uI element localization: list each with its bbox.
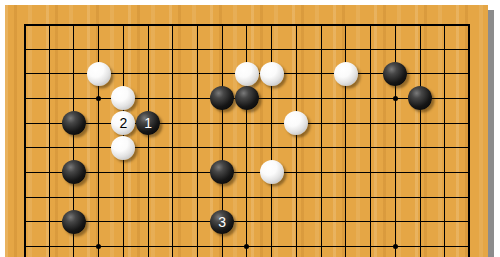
intersection[interactable] (86, 111, 111, 136)
intersection[interactable] (111, 135, 136, 160)
intersection[interactable] (185, 135, 210, 160)
intersection[interactable] (284, 160, 309, 185)
intersection[interactable] (210, 234, 235, 257)
intersection[interactable] (309, 185, 334, 210)
go-diagram: 213 (0, 0, 500, 257)
intersection[interactable] (432, 12, 457, 37)
intersection[interactable] (160, 86, 185, 111)
intersection[interactable] (457, 86, 482, 111)
intersection[interactable] (383, 12, 408, 37)
intersection[interactable] (185, 12, 210, 37)
intersection[interactable] (432, 209, 457, 234)
intersection[interactable] (408, 209, 433, 234)
intersection[interactable] (62, 135, 87, 160)
intersection[interactable] (62, 61, 87, 86)
intersection[interactable] (259, 61, 284, 86)
white-stone[interactable] (260, 62, 284, 86)
intersection[interactable] (259, 12, 284, 37)
intersection[interactable] (309, 61, 334, 86)
intersection[interactable] (457, 135, 482, 160)
intersection[interactable] (358, 185, 383, 210)
intersection[interactable] (309, 135, 334, 160)
intersection[interactable] (185, 160, 210, 185)
intersection[interactable] (235, 111, 260, 136)
intersection[interactable] (333, 61, 358, 86)
intersection[interactable] (86, 61, 111, 86)
intersection[interactable] (37, 185, 62, 210)
intersection[interactable] (383, 111, 408, 136)
intersection[interactable] (309, 12, 334, 37)
intersection[interactable]: 2 (111, 111, 136, 136)
intersection[interactable] (432, 160, 457, 185)
intersection[interactable] (235, 61, 260, 86)
intersection[interactable] (210, 185, 235, 210)
white-stone[interactable] (235, 62, 259, 86)
intersection[interactable] (210, 135, 235, 160)
intersection[interactable] (86, 185, 111, 210)
intersection[interactable] (432, 135, 457, 160)
intersection[interactable] (235, 12, 260, 37)
intersection[interactable] (284, 234, 309, 257)
intersection[interactable] (358, 61, 383, 86)
intersection[interactable] (37, 160, 62, 185)
intersection[interactable] (408, 234, 433, 257)
intersection[interactable] (185, 37, 210, 62)
intersection[interactable] (210, 86, 235, 111)
intersection[interactable] (333, 37, 358, 62)
intersection[interactable] (259, 86, 284, 111)
intersection[interactable] (62, 234, 87, 257)
intersection[interactable] (358, 86, 383, 111)
intersection[interactable] (432, 111, 457, 136)
intersection[interactable] (160, 37, 185, 62)
intersection[interactable] (37, 234, 62, 257)
intersection[interactable] (284, 37, 309, 62)
intersection[interactable] (432, 86, 457, 111)
move-number-label: 3 (218, 215, 226, 229)
intersection[interactable] (111, 234, 136, 257)
intersection[interactable] (284, 86, 309, 111)
white-stone[interactable] (334, 62, 358, 86)
intersection[interactable] (210, 160, 235, 185)
intersection[interactable] (160, 111, 185, 136)
intersection[interactable] (309, 160, 334, 185)
intersection[interactable] (383, 86, 408, 111)
intersection[interactable] (12, 61, 37, 86)
intersection[interactable] (12, 111, 37, 136)
intersection[interactable] (457, 160, 482, 185)
intersection[interactable] (86, 160, 111, 185)
intersection[interactable] (358, 37, 383, 62)
intersection[interactable] (259, 111, 284, 136)
intersection[interactable] (333, 185, 358, 210)
intersection[interactable] (408, 12, 433, 37)
intersection[interactable] (136, 135, 161, 160)
intersection[interactable] (160, 209, 185, 234)
intersection[interactable] (111, 37, 136, 62)
intersection[interactable] (185, 61, 210, 86)
intersection[interactable] (259, 185, 284, 210)
intersection[interactable] (284, 185, 309, 210)
intersection[interactable] (210, 61, 235, 86)
intersection[interactable] (235, 37, 260, 62)
intersection[interactable] (284, 135, 309, 160)
black-stone[interactable] (62, 111, 86, 135)
intersection[interactable] (111, 61, 136, 86)
intersection[interactable] (358, 135, 383, 160)
intersection[interactable] (136, 86, 161, 111)
intersection[interactable] (432, 185, 457, 210)
intersection[interactable] (284, 61, 309, 86)
intersection[interactable]: 3 (210, 209, 235, 234)
intersection[interactable] (235, 135, 260, 160)
intersection[interactable] (432, 234, 457, 257)
intersection[interactable]: 1 (136, 111, 161, 136)
intersection[interactable] (333, 160, 358, 185)
intersection[interactable] (136, 61, 161, 86)
intersection[interactable] (358, 234, 383, 257)
intersection[interactable] (86, 135, 111, 160)
move-number-label: 2 (119, 116, 127, 130)
intersection[interactable] (358, 111, 383, 136)
intersection[interactable] (12, 12, 37, 37)
black-stone[interactable]: 3 (210, 210, 234, 234)
intersection[interactable] (235, 160, 260, 185)
intersection[interactable] (383, 61, 408, 86)
go-board-grid[interactable]: 213 (12, 12, 482, 257)
intersection[interactable] (333, 86, 358, 111)
intersection[interactable] (160, 135, 185, 160)
intersection[interactable] (259, 37, 284, 62)
intersection[interactable] (86, 12, 111, 37)
intersection[interactable] (383, 37, 408, 62)
intersection[interactable] (111, 185, 136, 210)
intersection[interactable] (457, 185, 482, 210)
intersection[interactable] (136, 185, 161, 210)
intersection[interactable] (259, 209, 284, 234)
intersection[interactable] (333, 135, 358, 160)
intersection[interactable] (309, 111, 334, 136)
intersection[interactable] (235, 185, 260, 210)
intersection[interactable] (457, 234, 482, 257)
intersection[interactable] (37, 135, 62, 160)
intersection[interactable] (432, 37, 457, 62)
white-stone[interactable] (111, 86, 135, 110)
black-stone[interactable] (235, 86, 259, 110)
intersection[interactable] (62, 185, 87, 210)
intersection[interactable] (358, 209, 383, 234)
intersection[interactable] (408, 185, 433, 210)
intersection[interactable] (408, 160, 433, 185)
intersection[interactable] (383, 234, 408, 257)
intersection[interactable] (383, 160, 408, 185)
intersection[interactable] (136, 160, 161, 185)
move-number-label: 1 (144, 116, 152, 130)
intersection[interactable] (62, 37, 87, 62)
intersection[interactable] (457, 37, 482, 62)
intersection[interactable] (185, 185, 210, 210)
intersection[interactable] (457, 111, 482, 136)
intersection[interactable] (432, 61, 457, 86)
intersection[interactable] (62, 160, 87, 185)
intersection[interactable] (309, 234, 334, 257)
intersection[interactable] (160, 12, 185, 37)
intersection[interactable] (457, 12, 482, 37)
intersection[interactable] (62, 111, 87, 136)
intersection[interactable] (136, 209, 161, 234)
white-stone[interactable] (260, 160, 284, 184)
intersection[interactable] (160, 61, 185, 86)
intersection[interactable] (259, 135, 284, 160)
intersection[interactable] (383, 209, 408, 234)
intersection[interactable] (185, 111, 210, 136)
intersection[interactable] (86, 37, 111, 62)
intersection[interactable] (37, 61, 62, 86)
intersection[interactable] (185, 234, 210, 257)
black-stone[interactable] (210, 160, 234, 184)
intersection[interactable] (408, 37, 433, 62)
white-stone[interactable] (284, 111, 308, 135)
intersection[interactable] (259, 234, 284, 257)
intersection[interactable] (284, 209, 309, 234)
black-stone[interactable] (62, 210, 86, 234)
intersection[interactable] (12, 185, 37, 210)
intersection[interactable] (235, 234, 260, 257)
intersection[interactable] (408, 111, 433, 136)
black-stone[interactable]: 1 (136, 111, 160, 135)
intersection[interactable] (12, 209, 37, 234)
intersection[interactable] (86, 234, 111, 257)
white-stone[interactable]: 2 (111, 111, 135, 135)
intersection[interactable] (333, 12, 358, 37)
black-stone[interactable] (408, 86, 432, 110)
intersection[interactable] (136, 12, 161, 37)
white-stone[interactable] (87, 62, 111, 86)
intersection[interactable] (111, 209, 136, 234)
intersection[interactable] (37, 86, 62, 111)
intersection[interactable] (111, 86, 136, 111)
intersection[interactable] (235, 86, 260, 111)
intersection[interactable] (12, 135, 37, 160)
intersection[interactable] (457, 61, 482, 86)
intersection[interactable] (37, 111, 62, 136)
intersection[interactable] (86, 209, 111, 234)
intersection[interactable] (408, 135, 433, 160)
black-stone[interactable] (210, 86, 234, 110)
intersection[interactable] (12, 37, 37, 62)
intersection[interactable] (457, 209, 482, 234)
intersection[interactable] (12, 234, 37, 257)
intersection[interactable] (333, 111, 358, 136)
intersection[interactable] (62, 86, 87, 111)
intersection[interactable] (358, 160, 383, 185)
intersection[interactable] (383, 185, 408, 210)
intersection[interactable] (111, 12, 136, 37)
intersection[interactable] (160, 185, 185, 210)
intersection[interactable] (86, 86, 111, 111)
intersection[interactable] (185, 86, 210, 111)
intersection[interactable] (210, 111, 235, 136)
black-stone[interactable] (383, 62, 407, 86)
intersection[interactable] (383, 135, 408, 160)
intersection[interactable] (37, 209, 62, 234)
white-stone[interactable] (111, 136, 135, 160)
intersection[interactable] (333, 234, 358, 257)
intersection[interactable] (37, 12, 62, 37)
black-stone[interactable] (62, 160, 86, 184)
intersection[interactable] (136, 37, 161, 62)
intersection[interactable] (62, 12, 87, 37)
intersection[interactable] (333, 209, 358, 234)
intersection[interactable] (408, 86, 433, 111)
intersection[interactable] (12, 160, 37, 185)
intersection[interactable] (259, 160, 284, 185)
intersection[interactable] (210, 37, 235, 62)
intersection[interactable] (408, 61, 433, 86)
intersection[interactable] (309, 209, 334, 234)
intersection[interactable] (309, 37, 334, 62)
intersection[interactable] (37, 37, 62, 62)
intersection[interactable] (185, 209, 210, 234)
intersection[interactable] (12, 86, 37, 111)
intersection[interactable] (284, 111, 309, 136)
intersection[interactable] (235, 209, 260, 234)
intersection[interactable] (284, 12, 309, 37)
intersection[interactable] (136, 234, 161, 257)
intersection[interactable] (309, 86, 334, 111)
intersection[interactable] (111, 160, 136, 185)
intersection[interactable] (62, 209, 87, 234)
intersection[interactable] (358, 12, 383, 37)
intersection[interactable] (210, 12, 235, 37)
intersection[interactable] (160, 234, 185, 257)
intersection[interactable] (160, 160, 185, 185)
